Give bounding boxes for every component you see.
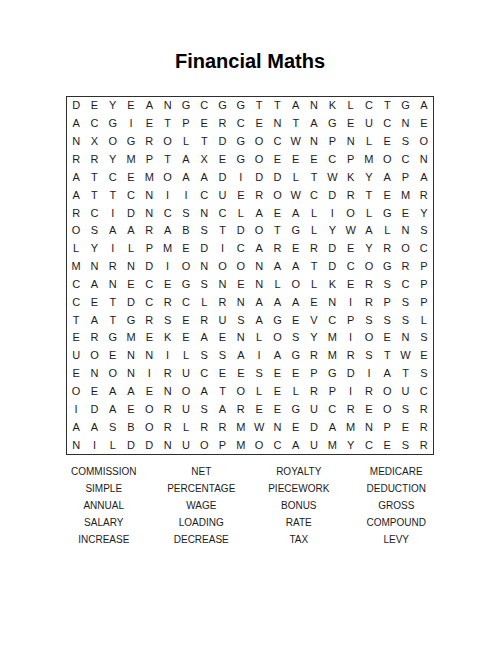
grid-cell: E xyxy=(140,115,158,133)
grid-cell: E xyxy=(287,240,305,258)
grid-cell: O xyxy=(104,365,122,383)
grid-cell: E xyxy=(232,365,250,383)
grid-cell: O xyxy=(177,258,195,276)
grid-cell: I xyxy=(104,204,122,222)
grid-cell: E xyxy=(341,240,359,258)
grid-cell: A xyxy=(85,276,103,294)
grid-cell: L xyxy=(305,222,323,240)
grid-cell: C xyxy=(323,311,341,329)
grid-cell: P xyxy=(378,293,396,311)
grid-cell: N xyxy=(140,347,158,365)
word-list-column: MEDICAREDEDUCTIONGROSSCOMPOUNDLEVY xyxy=(348,463,446,548)
grid-cell: N xyxy=(158,436,176,454)
grid-cell: G xyxy=(268,311,286,329)
grid-cell: T xyxy=(195,133,213,151)
grid-cell: Y xyxy=(360,168,378,186)
grid-cell: M xyxy=(158,240,176,258)
grid-cell: C xyxy=(122,186,140,204)
grid-cell: N xyxy=(67,436,85,454)
grid-cell: E xyxy=(250,400,268,418)
grid-cell: E xyxy=(67,365,85,383)
grid-cell: R xyxy=(140,133,158,151)
grid-cell: R xyxy=(341,400,359,418)
grid-cell: E xyxy=(232,186,250,204)
grid-cell: M xyxy=(232,436,250,454)
word-list-item: NET xyxy=(153,463,251,480)
grid-cell: O xyxy=(67,383,85,401)
grid-cell: C xyxy=(213,204,231,222)
grid-cell: A xyxy=(177,168,195,186)
grid-cell: D xyxy=(268,168,286,186)
grid-cell: M xyxy=(323,329,341,347)
grid-cell: G xyxy=(323,115,341,133)
grid-cell: T xyxy=(158,115,176,133)
grid-cell: A xyxy=(67,418,85,436)
grid-cell: N xyxy=(232,293,250,311)
grid-cell: I xyxy=(341,293,359,311)
grid-cell: C xyxy=(67,293,85,311)
grid-cell: T xyxy=(396,365,414,383)
grid-cell: G xyxy=(323,365,341,383)
grid-cell: U xyxy=(177,365,195,383)
grid-cell: N xyxy=(122,258,140,276)
grid-cell: T xyxy=(250,97,268,115)
grid-cell: E xyxy=(415,115,433,133)
grid-cell: P xyxy=(305,365,323,383)
grid-cell: S xyxy=(378,276,396,294)
grid-cell: M xyxy=(360,151,378,169)
grid-cell: R xyxy=(396,258,414,276)
grid-cell: E xyxy=(287,151,305,169)
grid-cell: O xyxy=(415,133,433,151)
grid-cell: T xyxy=(158,151,176,169)
grid-cell: E xyxy=(268,365,286,383)
grid-cell: T xyxy=(287,115,305,133)
grid-cell: K xyxy=(323,97,341,115)
grid-cell: N xyxy=(140,204,158,222)
grid-cell: I xyxy=(341,329,359,347)
grid-cell: L xyxy=(287,168,305,186)
grid-cell: R xyxy=(305,240,323,258)
grid-cell: L xyxy=(268,276,286,294)
grid-cell: A xyxy=(195,168,213,186)
grid-cell: G xyxy=(378,204,396,222)
grid-cell: A xyxy=(415,97,433,115)
grid-cell: L xyxy=(415,311,433,329)
grid-cell: O xyxy=(140,418,158,436)
grid-cell: A xyxy=(104,400,122,418)
grid-cell: E xyxy=(67,329,85,347)
grid-cell: D xyxy=(305,418,323,436)
word-list-item: PIECEWORK xyxy=(250,480,348,497)
grid-cell: E xyxy=(140,383,158,401)
grid-cell: E xyxy=(122,97,140,115)
grid-cell: R xyxy=(415,186,433,204)
grid-cell: Y xyxy=(323,222,341,240)
grid-cell: I xyxy=(360,365,378,383)
grid-cell: O xyxy=(378,151,396,169)
grid-cell: G xyxy=(122,133,140,151)
grid-cell: S xyxy=(396,436,414,454)
grid-cell: I xyxy=(158,347,176,365)
grid-cell: O xyxy=(287,276,305,294)
grid-cell: P xyxy=(323,383,341,401)
grid-cell: L xyxy=(67,240,85,258)
grid-cell: G xyxy=(287,347,305,365)
grid-cell: R xyxy=(360,383,378,401)
grid-cell: T xyxy=(104,311,122,329)
grid-cell: S xyxy=(195,222,213,240)
grid-cell: N xyxy=(305,97,323,115)
grid-cell: E xyxy=(378,329,396,347)
grid-cell: R xyxy=(140,222,158,240)
grid-cell: R xyxy=(232,400,250,418)
grid-cell: A xyxy=(104,222,122,240)
grid-cell: U xyxy=(305,436,323,454)
grid-cell: G xyxy=(396,97,414,115)
word-list-column: COMMISSIONSIMPLEANNUALSALARYINCREASE xyxy=(55,463,153,548)
grid-cell: A xyxy=(378,365,396,383)
grid-cell: T xyxy=(305,258,323,276)
grid-cell: L xyxy=(250,329,268,347)
grid-cell: A xyxy=(177,151,195,169)
grid-cell: A xyxy=(67,168,85,186)
grid-cell: S xyxy=(396,293,414,311)
grid-cell: R xyxy=(250,186,268,204)
grid-cell: N xyxy=(323,293,341,311)
grid-cell: N xyxy=(396,222,414,240)
grid-cell: S xyxy=(177,204,195,222)
grid-cell: P xyxy=(177,115,195,133)
grid-cell: Y xyxy=(360,240,378,258)
grid-cell: L xyxy=(378,222,396,240)
grid-cell: E xyxy=(268,151,286,169)
grid-cell: A xyxy=(287,258,305,276)
grid-cell: E xyxy=(378,436,396,454)
grid-cell: L xyxy=(341,97,359,115)
grid-cell: S xyxy=(415,329,433,347)
grid-cell: C xyxy=(360,436,378,454)
grid-cell: L xyxy=(104,436,122,454)
grid-cell: E xyxy=(287,365,305,383)
word-list-column: NETPERCENTAGEWAGELOADINGDECREASE xyxy=(153,463,251,548)
grid-cell: N xyxy=(268,115,286,133)
grid-cell: G xyxy=(378,258,396,276)
grid-cell: E xyxy=(195,115,213,133)
grid-cell: I xyxy=(122,115,140,133)
grid-cell: N xyxy=(195,258,213,276)
grid-cell: D xyxy=(195,240,213,258)
grid-cell: R xyxy=(67,151,85,169)
grid-cell: N xyxy=(85,365,103,383)
grid-cell: D xyxy=(250,168,268,186)
grid-cell: R xyxy=(213,293,231,311)
grid-cell: E xyxy=(396,204,414,222)
grid-cell: A xyxy=(268,293,286,311)
grid-cell: C xyxy=(140,276,158,294)
grid-cell: I xyxy=(177,186,195,204)
grid-cell: O xyxy=(67,222,85,240)
grid-cell: E xyxy=(360,400,378,418)
grid-cell: C xyxy=(140,293,158,311)
grid-cell: E xyxy=(140,329,158,347)
word-list-item: SALARY xyxy=(55,514,153,531)
grid-cell: T xyxy=(360,186,378,204)
grid-cell: N xyxy=(213,276,231,294)
grid-cell: G xyxy=(232,151,250,169)
grid-cell: M xyxy=(140,168,158,186)
grid-cell: X xyxy=(85,133,103,151)
grid-cell: O xyxy=(360,258,378,276)
grid-cell: S xyxy=(158,311,176,329)
grid-cell: N xyxy=(140,186,158,204)
grid-cell: A xyxy=(360,222,378,240)
grid-cell: O xyxy=(396,240,414,258)
grid-cell: L xyxy=(250,383,268,401)
grid-cell: S xyxy=(104,418,122,436)
grid-cell: U xyxy=(305,400,323,418)
grid-cell: R xyxy=(341,347,359,365)
grid-cell: W xyxy=(250,418,268,436)
grid-cell: R xyxy=(195,311,213,329)
word-list-item: INCREASE xyxy=(55,531,153,548)
grid-cell: P xyxy=(341,311,359,329)
grid-cell: A xyxy=(85,418,103,436)
grid-cell: T xyxy=(104,293,122,311)
grid-cell: N xyxy=(305,133,323,151)
word-list-item: COMMISSION xyxy=(55,463,153,480)
grid-cell: O xyxy=(250,222,268,240)
grid-cell: G xyxy=(287,222,305,240)
grid-cell: G xyxy=(104,115,122,133)
grid-cell: S xyxy=(232,311,250,329)
grid-cell: Y xyxy=(305,329,323,347)
grid-cell: P xyxy=(213,436,231,454)
grid-cell: Y xyxy=(415,204,433,222)
grid-cell: A xyxy=(268,347,286,365)
grid-cell: I xyxy=(213,240,231,258)
grid-cell: N xyxy=(396,329,414,347)
grid-cell: O xyxy=(104,133,122,151)
word-list-column: ROYALTYPIECEWORKBONUSRATETAX xyxy=(250,463,348,548)
grid-cell: L xyxy=(177,133,195,151)
grid-cell: O xyxy=(341,204,359,222)
grid-cell: S xyxy=(415,365,433,383)
grid-cell: C xyxy=(104,168,122,186)
grid-cell: R xyxy=(213,418,231,436)
grid-cell: R xyxy=(67,204,85,222)
word-list-item: LEVY xyxy=(348,531,446,548)
grid-cell: A xyxy=(415,168,433,186)
grid-cell: G xyxy=(213,97,231,115)
grid-cell: R xyxy=(415,418,433,436)
grid-cell: R xyxy=(158,293,176,311)
grid-cell: S xyxy=(360,347,378,365)
grid-cell: L xyxy=(305,276,323,294)
grid-cell: O xyxy=(158,168,176,186)
puzzle-title: Financial Maths xyxy=(0,50,500,73)
grid-cell: U xyxy=(177,400,195,418)
grid-cell: P xyxy=(415,276,433,294)
grid-cell: P xyxy=(140,151,158,169)
grid-cell: O xyxy=(378,400,396,418)
grid-cell: C xyxy=(85,115,103,133)
grid-cell: M xyxy=(323,347,341,365)
grid-cell: S xyxy=(396,311,414,329)
grid-cell: A xyxy=(287,97,305,115)
grid-cell: W xyxy=(287,186,305,204)
grid-cell: E xyxy=(122,276,140,294)
grid-cell: A xyxy=(195,329,213,347)
grid-cell: B xyxy=(122,418,140,436)
grid-cell: I xyxy=(85,436,103,454)
grid-cell: N xyxy=(104,276,122,294)
grid-cell: I xyxy=(158,186,176,204)
grid-cell: E xyxy=(85,293,103,311)
grid-cell: M xyxy=(67,258,85,276)
grid-cell: S xyxy=(378,311,396,329)
grid-cell: S xyxy=(85,222,103,240)
grid-cell: E xyxy=(213,329,231,347)
grid-cell: S xyxy=(360,311,378,329)
word-list-item: TAX xyxy=(250,531,348,548)
grid-cell: D xyxy=(122,293,140,311)
grid-cell: M xyxy=(341,418,359,436)
grid-cell: A xyxy=(85,311,103,329)
grid-cell: E xyxy=(122,168,140,186)
grid-cell: O xyxy=(360,329,378,347)
grid-cell: O xyxy=(250,151,268,169)
grid-cell: E xyxy=(104,347,122,365)
grid-cell: P xyxy=(323,133,341,151)
grid-cell: L xyxy=(360,133,378,151)
grid-cell: I xyxy=(158,258,176,276)
grid-cell: S xyxy=(195,276,213,294)
grid-cell: B xyxy=(177,222,195,240)
grid-cell: R xyxy=(85,151,103,169)
grid-cell: C xyxy=(67,276,85,294)
word-search-grid-box: DEYEANGCGGTTANKLCTGAACGIETPERCENTAGEUCNE… xyxy=(66,96,434,455)
grid-cell: R xyxy=(213,115,231,133)
grid-cell: C xyxy=(415,240,433,258)
grid-cell: A xyxy=(213,400,231,418)
grid-cell: C xyxy=(232,115,250,133)
grid-cell: R xyxy=(360,293,378,311)
letter-grid: DEYEANGCGGTTANKLCTGAACGIETPERCENTAGEUCNE… xyxy=(67,97,433,454)
grid-cell: A xyxy=(67,186,85,204)
grid-cell: E xyxy=(305,151,323,169)
grid-cell: L xyxy=(122,240,140,258)
grid-cell: A xyxy=(67,115,85,133)
grid-cell: R xyxy=(305,347,323,365)
grid-cell: U xyxy=(177,436,195,454)
grid-cell: L xyxy=(360,204,378,222)
grid-cell: R xyxy=(378,240,396,258)
grid-cell: S xyxy=(213,347,231,365)
grid-cell: T xyxy=(305,168,323,186)
grid-cell: S xyxy=(415,222,433,240)
grid-cell: P xyxy=(140,240,158,258)
grid-cell: D xyxy=(341,365,359,383)
grid-cell: W xyxy=(323,168,341,186)
grid-cell: C xyxy=(396,276,414,294)
grid-cell: S xyxy=(396,400,414,418)
grid-cell: M xyxy=(396,186,414,204)
grid-cell: V xyxy=(305,311,323,329)
grid-cell: A xyxy=(250,204,268,222)
grid-cell: D xyxy=(232,222,250,240)
grid-cell: E xyxy=(213,151,231,169)
grid-cell: L xyxy=(287,383,305,401)
grid-cell: R xyxy=(85,329,103,347)
grid-cell: I xyxy=(323,204,341,222)
grid-cell: C xyxy=(378,115,396,133)
word-list-item: ANNUAL xyxy=(55,497,153,514)
grid-cell: E xyxy=(177,240,195,258)
grid-cell: I xyxy=(104,240,122,258)
word-list-item: WAGE xyxy=(153,497,251,514)
grid-cell: E xyxy=(287,418,305,436)
grid-cell: P xyxy=(378,418,396,436)
grid-cell: D xyxy=(323,186,341,204)
grid-cell: M xyxy=(122,151,140,169)
grid-cell: O xyxy=(140,400,158,418)
grid-cell: C xyxy=(195,365,213,383)
grid-cell: U xyxy=(396,383,414,401)
grid-cell: T xyxy=(85,168,103,186)
grid-cell: N xyxy=(67,133,85,151)
grid-cell: L xyxy=(305,204,323,222)
word-list: COMMISSIONSIMPLEANNUALSALARYINCREASENETP… xyxy=(55,463,445,548)
grid-cell: A xyxy=(140,97,158,115)
grid-cell: A xyxy=(250,311,268,329)
grid-cell: D xyxy=(67,97,85,115)
grid-cell: S xyxy=(396,133,414,151)
grid-cell: E xyxy=(415,347,433,365)
word-list-item: GROSS xyxy=(348,497,446,514)
grid-cell: U xyxy=(213,311,231,329)
word-list-item: ROYALTY xyxy=(250,463,348,480)
grid-cell: A xyxy=(287,293,305,311)
grid-cell: E xyxy=(177,311,195,329)
grid-cell: D xyxy=(213,133,231,151)
grid-cell: D xyxy=(213,168,231,186)
grid-cell: A xyxy=(287,436,305,454)
grid-cell: T xyxy=(378,97,396,115)
grid-cell: E xyxy=(341,115,359,133)
grid-cell: R xyxy=(415,400,433,418)
grid-cell: R xyxy=(305,383,323,401)
grid-cell: E xyxy=(122,400,140,418)
grid-cell: S xyxy=(287,329,305,347)
grid-cell: G xyxy=(177,276,195,294)
grid-cell: G xyxy=(287,400,305,418)
grid-cell: P xyxy=(341,151,359,169)
grid-cell: C xyxy=(85,204,103,222)
grid-cell: E xyxy=(341,276,359,294)
grid-cell: Y xyxy=(341,436,359,454)
grid-cell: D xyxy=(323,240,341,258)
grid-cell: L xyxy=(177,418,195,436)
grid-cell: O xyxy=(268,186,286,204)
grid-cell: C xyxy=(396,151,414,169)
grid-cell: N xyxy=(268,418,286,436)
grid-cell: U xyxy=(67,347,85,365)
grid-cell: C xyxy=(268,436,286,454)
grid-cell: A xyxy=(232,347,250,365)
word-list-item: PERCENTAGE xyxy=(153,480,251,497)
grid-cell: P xyxy=(415,293,433,311)
